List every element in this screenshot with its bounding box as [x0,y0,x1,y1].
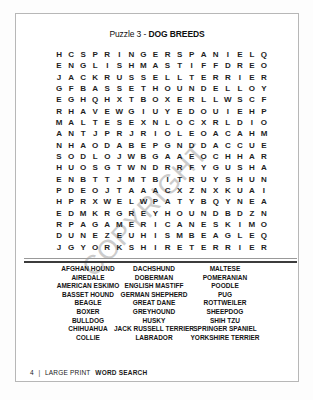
page-footer: 4 | LARGE PRINT WORD SEARCH [30,369,147,376]
grid-cell: L [89,60,101,71]
grid-cell: L [222,117,234,128]
grid-cell: A [101,219,113,230]
grid-cell: S [137,72,149,83]
grid-cell: E [149,49,161,60]
grid-cell: G [161,140,173,151]
grid-cell: K [89,208,101,219]
grid-cell: R [210,242,222,253]
grid-cell: X [89,196,101,207]
grid-cell: D [53,230,65,241]
grid-cell: G [65,242,77,253]
grid-cell: A [174,219,186,230]
divider-rule-thin [24,258,297,259]
grid-cell: A [77,106,89,117]
grid-cell: A [77,219,89,230]
grid-cell: R [186,94,198,105]
grid-cell: E [174,94,186,105]
grid-cell: O [101,151,113,162]
grid-cell: W [222,94,234,105]
grid-cell: J [113,174,125,185]
grid-cell: R [113,128,125,139]
grid-cell: J [89,128,101,139]
grid-cell: T [186,72,198,83]
grid-cell: E [77,185,89,196]
grid-cell: L [222,83,234,94]
grid-cell: U [210,106,222,117]
grid-cell: H [222,151,234,162]
grid-cell: R [174,162,186,173]
grid-cell: R [222,242,234,253]
grid-cell: G [53,83,65,94]
grid-cell: N [258,174,270,185]
grid-cell: I [258,185,270,196]
grid-cell: F [186,162,198,173]
grid-cell: S [53,151,65,162]
grid-cell: O [258,219,270,230]
grid-cell: O [89,140,101,151]
grid-cell: K [222,219,234,230]
grid-cell: N [186,219,198,230]
grid-cell: F [198,60,210,71]
grid-cell: N [234,196,246,207]
grid-cell: E [113,230,125,241]
grid-cell: C [161,219,173,230]
grid-cell: S [234,162,246,173]
grid-cell: L [174,128,186,139]
grid-cell: D [101,140,113,151]
grid-cell: R [258,151,270,162]
grid-cell: X [161,94,173,105]
grid-cell: I [222,106,234,117]
grid-cell: I [234,72,246,83]
grid-cell: H [137,230,149,241]
grid-cell: P [101,128,113,139]
puzzle-name-label: DOG BREEDS [148,29,204,39]
grid-cell: K [222,185,234,196]
grid-cell: A [174,151,186,162]
grid-cell: A [149,185,161,196]
grid-cell: U [234,185,246,196]
grid-cell: I [234,242,246,253]
grid-cell: N [174,140,186,151]
grid-cell: A [210,230,222,241]
grid-cell: E [174,106,186,117]
grid-cell: M [174,230,186,241]
grid-cell: P [258,106,270,117]
grid-cell: A [258,162,270,173]
grid-cell: Y [198,162,210,173]
grid-cell: V [89,106,101,117]
grid-cell: U [65,230,77,241]
grid-cell: C [222,140,234,151]
word-list-item: SPRINGER SPANIEL [160,325,290,334]
grid-cell: P [149,196,161,207]
grid-cell: K [113,242,125,253]
grid-cell: H [53,162,65,173]
grid-cell: E [246,60,258,71]
grid-cell: E [53,208,65,219]
grid-cell: E [186,128,198,139]
grid-cell: E [186,151,198,162]
grid-cell: C [234,140,246,151]
grid-cell: E [234,106,246,117]
grid-cell: E [137,140,149,151]
grid-cell: O [161,128,173,139]
grid-cell: S [113,117,125,128]
grid-cell: O [246,83,258,94]
grid-cell: F [65,83,77,94]
word-list-item: ROTTWEILER [160,299,290,308]
grid-cell: S [113,60,125,71]
grid-cell: R [53,219,65,230]
grid-cell: O [258,117,270,128]
grid-cell: G [149,151,161,162]
grid-cell: T [137,83,149,94]
grid-cell: L [210,94,222,105]
grid-cell: A [137,185,149,196]
grid-cell: R [101,49,113,60]
grid-cell: O [174,208,186,219]
grid-cell: R [101,72,113,83]
grid-cell: O [77,162,89,173]
puzzle-page: Puzzle 3 - DOG BREEDS COPYRIGHT HCSPRING… [15,13,299,382]
grid-cell: E [246,72,258,83]
grid-cell: R [210,72,222,83]
grid-cell: A [246,185,258,196]
grid-cell: R [210,117,222,128]
grid-cell: B [186,230,198,241]
grid-cell: A [53,128,65,139]
grid-cell: L [125,196,137,207]
word-list-item: POMERANIAN [160,274,290,283]
grid-cell: P [65,219,77,230]
grid-cell: D [186,106,198,117]
grid-cell: L [77,117,89,128]
grid-cell: P [89,49,101,60]
grid-cell: U [125,230,137,241]
word-list-item: PUG [160,291,290,300]
grid-cell: E [53,94,65,105]
grid-cell: A [161,151,173,162]
grid-cell: R [258,242,270,253]
grid-cell: T [186,242,198,253]
grid-cell: U [149,106,161,117]
grid-cell: M [125,174,137,185]
grid-cell: L [234,230,246,241]
grid-cell: Y [210,174,222,185]
grid-cell: M [113,219,125,230]
grid-cell: U [198,174,210,185]
grid-cell: H [101,94,113,105]
grid-cell: E [89,230,101,241]
grid-cell: D [186,140,198,151]
grid-cell: F [258,94,270,105]
grid-cell: X [174,185,186,196]
grid-cell: X [198,117,210,128]
grid-cell: I [149,128,161,139]
grid-cell: W [137,196,149,207]
grid-cell: I [149,219,161,230]
grid-cell: L [246,49,258,60]
grid-cell: E [137,208,149,219]
grid-cell: B [77,174,89,185]
grid-cell: N [186,83,198,94]
grid-cell: S [222,174,234,185]
grid-cell: B [137,94,149,105]
grid-cell: P [65,196,77,207]
grid-cell: S [113,83,125,94]
grid-cell: C [77,72,89,83]
grid-cell: H [137,242,149,253]
grid-cell: K [89,72,101,83]
grid-cell: Q [89,94,101,105]
grid-cell: R [161,49,173,60]
grid-cell: S [125,72,137,83]
grid-cell: T [113,162,125,173]
grid-cell: R [258,72,270,83]
grid-cell: S [161,230,173,241]
grid-cell: I [234,219,246,230]
grid-cell: A [210,128,222,139]
grid-cell: S [234,94,246,105]
grid-cell: R [125,208,137,219]
grid-cell: A [258,196,270,207]
grid-cell: A [234,128,246,139]
grid-cell: H [53,196,65,207]
grid-cell: J [101,185,113,196]
grid-cell: G [65,94,77,105]
grid-cell: E [198,72,210,83]
grid-cell: C [65,49,77,60]
grid-cell: D [65,208,77,219]
grid-cell: W [101,196,113,207]
grid-cell: H [125,60,137,71]
footer-separator: | [38,369,40,376]
grid-cell: A [89,83,101,94]
grid-cell: N [258,208,270,219]
grid-cell: E [258,140,270,151]
grid-cell: S [77,49,89,60]
grid-cell: G [210,162,222,173]
grid-cell: O [89,242,101,253]
grid-cell: I [113,49,125,60]
word-list-item: POODLE [160,282,290,291]
grid-cell: Z [101,230,113,241]
grid-cell: R [161,242,173,253]
grid-cell: O [198,106,210,117]
grid-cell: H [246,162,258,173]
divider-rule-thick [24,261,297,263]
grid-cell: F [210,60,222,71]
grid-cell: D [234,117,246,128]
grid-cell: X [137,117,149,128]
grid-cell: L [198,94,210,105]
grid-cell: E [125,83,137,94]
grid-cell: E [113,196,125,207]
grid-cell: N [198,185,210,196]
grid-cell: T [174,60,186,71]
grid-cell: E [198,219,210,230]
grid-cell: N [149,117,161,128]
grid-cell: I [101,60,113,71]
grid-cell: J [113,151,125,162]
grid-cell: M [137,60,149,71]
grid-cell: Q [258,49,270,60]
grid-cell: S [89,162,101,173]
grid-cell: E [210,83,222,94]
grid-cell: Z [186,185,198,196]
grid-cell: N [65,128,77,139]
grid-cell: I [246,117,258,128]
grid-cell: R [222,72,234,83]
grid-cell: E [234,49,246,60]
page-number: 4 [30,369,34,376]
grid-cell: R [161,162,173,173]
grid-cell: T [125,94,137,105]
grid-cell: C [246,94,258,105]
grid-cell: J [53,242,65,253]
grid-cell: T [77,128,89,139]
grid-cell: D [149,162,161,173]
grid-cell: H [234,174,246,185]
grid-cell: B [198,196,210,207]
grid-cell: L [89,151,101,162]
grid-cell: T [113,185,125,196]
grid-cell: C [222,128,234,139]
grid-cell: L [161,117,173,128]
grid-cell: I [186,60,198,71]
grid-cell: H [65,140,77,151]
grid-cell: C [161,185,173,196]
grid-cell: A [246,151,258,162]
puzzle-number-label: Puzzle 3 - [109,29,146,39]
grid-cell: E [246,196,258,207]
grid-cell: E [101,106,113,117]
grid-cell: W [125,151,137,162]
grid-cell: A [77,140,89,151]
grid-cell: U [113,72,125,83]
grid-cell: O [198,128,210,139]
grid-cell: H [161,208,173,219]
grid-cell: O [89,185,101,196]
grid-cell: G [89,219,101,230]
grid-cell: Q [258,230,270,241]
grid-cell: D [65,185,77,196]
grid-cell: D [198,140,210,151]
grid-cell: A [210,140,222,151]
grid-cell: U [222,162,234,173]
grid-cell: E [198,230,210,241]
grid-cell: R [234,60,246,71]
grid-cell: A [65,117,77,128]
grid-cell: R [77,196,89,207]
grid-cell: U [186,208,198,219]
grid-cell: J [125,128,137,139]
grid-cell: R [186,174,198,185]
word-list-column-3: MALTESEPOMERANIANPOODLEPUGROTTWEILERSHEE… [160,265,290,342]
grid-cell: D [198,83,210,94]
grid-cell: A [125,185,137,196]
grid-cell: R [137,128,149,139]
grid-cell: M [53,117,65,128]
grid-cell: L [234,83,246,94]
grid-cell: Y [77,242,89,253]
grid-cell: A [113,140,125,151]
series-title-bold: WORD SEARCH [95,369,147,376]
grid-cell: Z [246,208,258,219]
grid-cell: L [161,72,173,83]
grid-cell: X [210,185,222,196]
grid-cell: P [149,140,161,151]
grid-cell: M [258,128,270,139]
grid-cell: R [137,219,149,230]
grid-cell: D [234,208,246,219]
grid-cell: S [161,60,173,71]
grid-cell: I [137,106,149,117]
word-list-item: SHEEPDOG [160,308,290,317]
grid-cell: E [125,219,137,230]
grid-cell: G [101,162,113,173]
grid-cell: E [198,242,210,253]
grid-cell: W [125,162,137,173]
grid-cell: Q [210,196,222,207]
grid-cell: N [137,162,149,173]
grid-cell: H [234,151,246,162]
word-list-item: YORKSHIRE TERRIER [160,334,290,343]
grid-cell: X [113,94,125,105]
grid-cell: O [174,117,186,128]
grid-cell: O [258,60,270,71]
grid-cell: S [101,83,113,94]
grid-cell: E [174,242,186,253]
grid-cell: E [246,242,258,253]
grid-cell: O [198,151,210,162]
series-title-light: LARGE PRINT [45,369,91,376]
grid-cell: H [53,49,65,60]
grid-cell: R [53,106,65,117]
grid-cell: J [53,72,65,83]
grid-cell: H [149,83,161,94]
grid-cell: U [174,83,186,94]
grid-cell: B [125,140,137,151]
grid-cell: U [246,140,258,151]
grid-cell: D [77,151,89,162]
grid-cell: S [210,219,222,230]
grid-cell: E [149,72,161,83]
grid-cell: O [161,83,173,94]
grid-cell: H [65,106,77,117]
grid-cell: C [186,117,198,128]
grid-cell: O [65,151,77,162]
puzzle-title: Puzzle 3 - DOG BREEDS [16,29,298,40]
grid-cell: P [53,185,65,196]
grid-cell: W [113,106,125,117]
grid-cell: A [149,60,161,71]
grid-cell: D [210,208,222,219]
grid-cell: B [149,174,161,185]
grid-cell: I [149,230,161,241]
grid-cell: C [210,151,222,162]
grid-cell: Y [222,196,234,207]
grid-cell: U [65,162,77,173]
grid-cell: E [246,230,258,241]
grid-cell: T [174,196,186,207]
grid-cell: S [174,49,186,60]
grid-cell: G [137,49,149,60]
grid-cell: T [101,174,113,185]
grid-cell: R [101,208,113,219]
grid-cell: L [174,72,186,83]
